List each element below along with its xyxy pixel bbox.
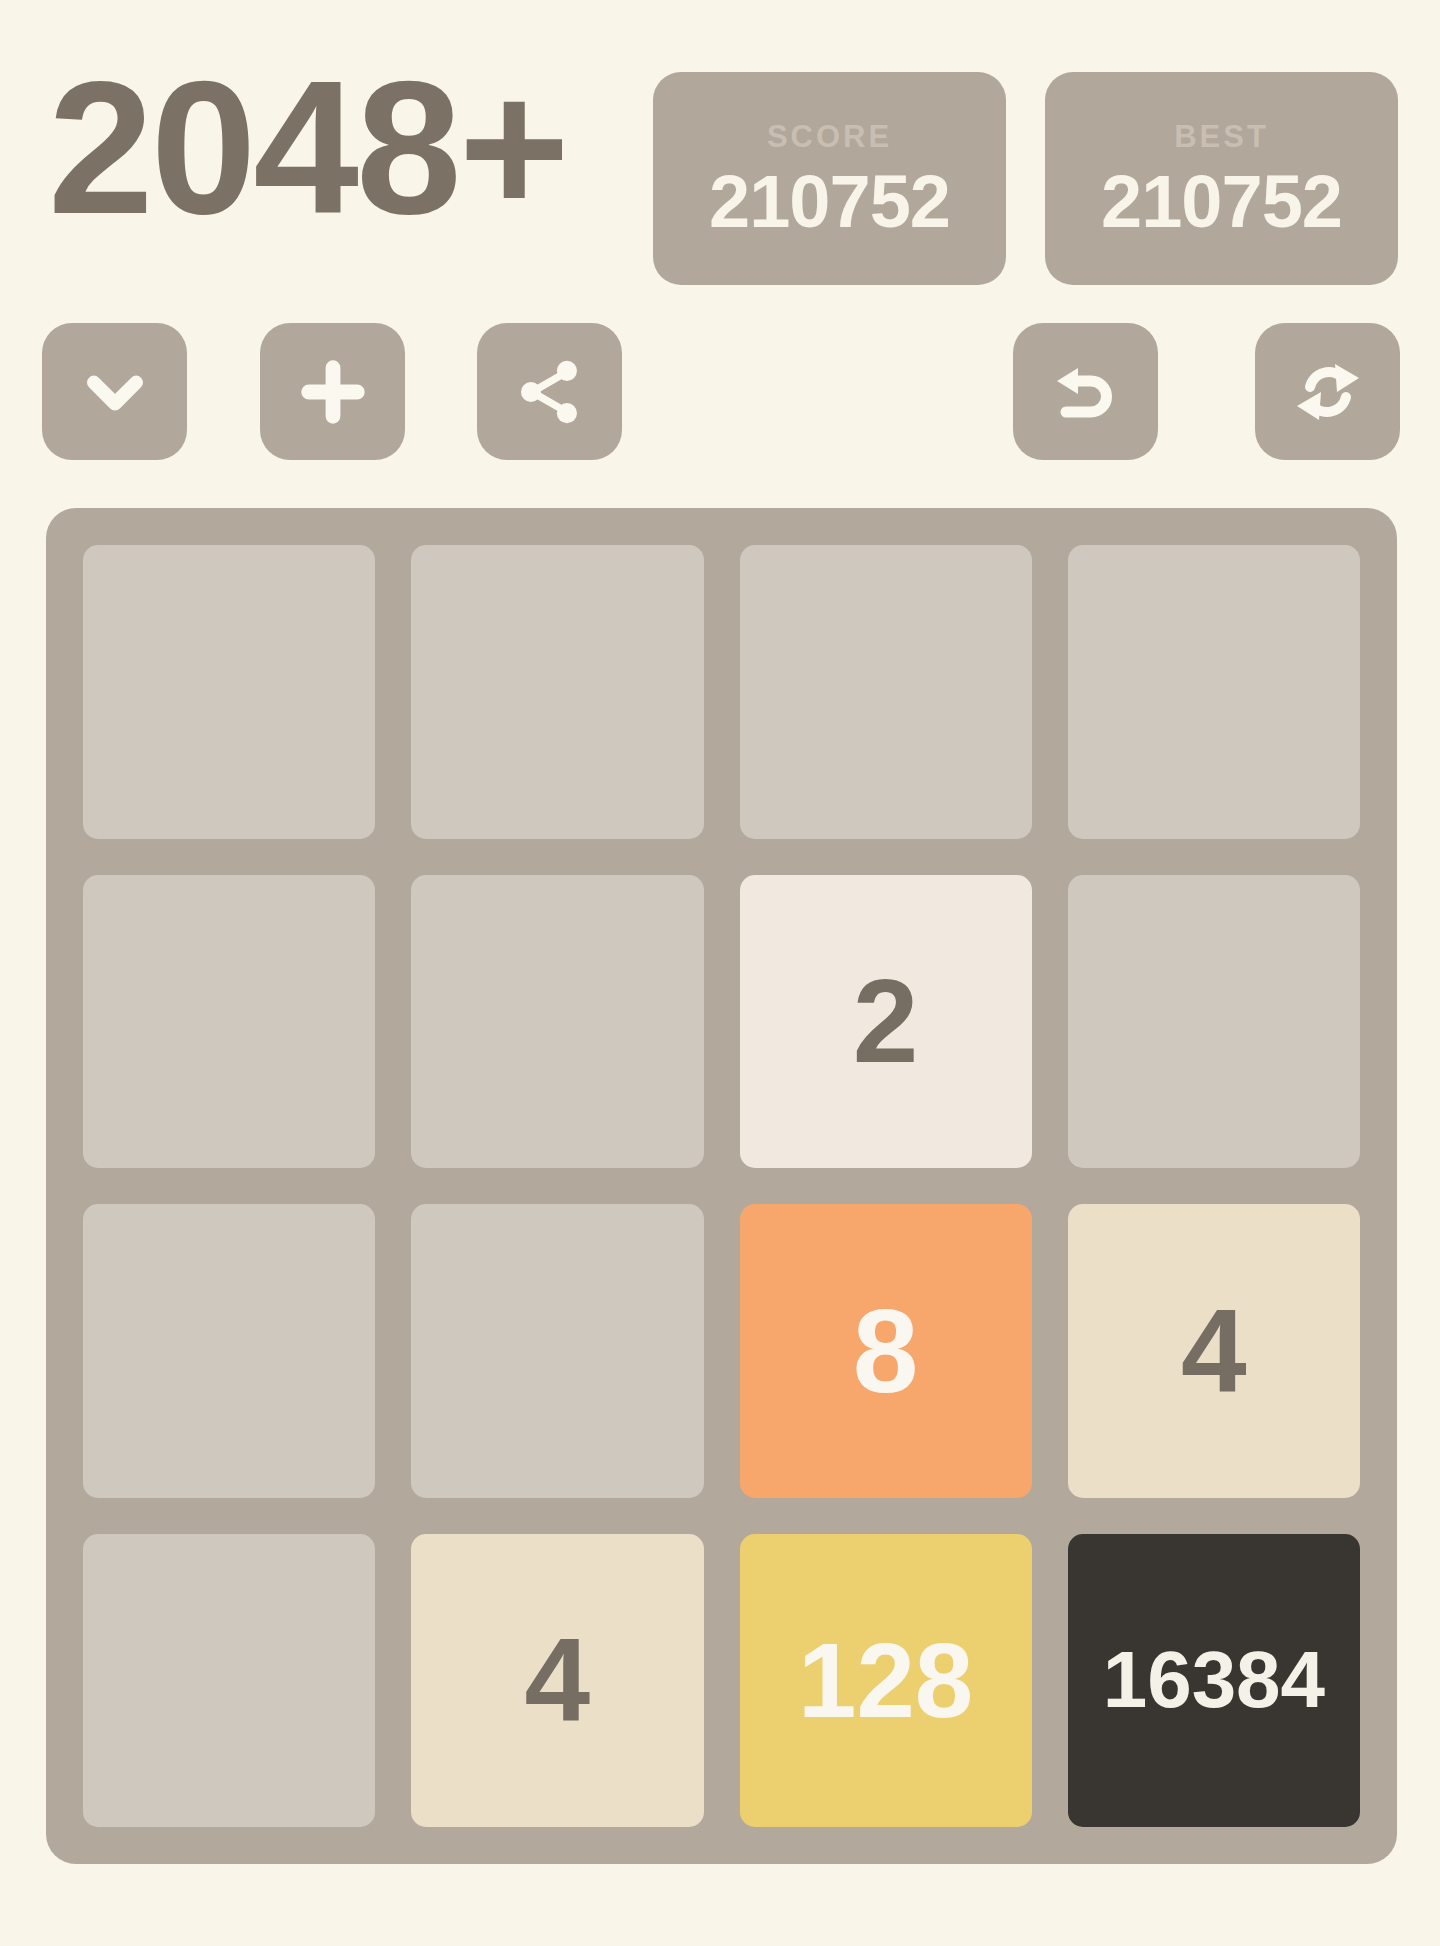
tile-4: 4 [1068,1204,1360,1498]
board-cell-empty [411,1204,703,1498]
board-cell-empty [740,545,1032,839]
game-board[interactable]: 284412816384 [46,508,1397,1864]
tile-16384: 16384 [1068,1534,1360,1828]
score-label: SCORE [767,119,892,155]
board-cell-empty [83,545,375,839]
share-icon [513,355,587,429]
score-value: 210752 [709,165,950,239]
undo-icon [1051,357,1121,427]
best-box: BEST 210752 [1045,72,1398,285]
board-cell-empty [83,1204,375,1498]
board-cell-empty [83,875,375,1169]
tile-2: 2 [740,875,1032,1169]
best-label: BEST [1174,119,1269,155]
board-cell-empty [1068,875,1360,1169]
tile-4: 4 [411,1534,703,1828]
refresh-icon [1293,357,1363,427]
board-cell-empty [411,875,703,1169]
add-button[interactable] [260,323,405,460]
refresh-button[interactable] [1255,323,1400,460]
undo-button[interactable] [1013,323,1158,460]
best-value: 210752 [1101,165,1342,239]
board-cell-empty [411,545,703,839]
tile-8: 8 [740,1204,1032,1498]
score-box: SCORE 210752 [653,72,1006,285]
page-title: 2048+ [48,52,567,242]
board-cell-empty [83,1534,375,1828]
tile-128: 128 [740,1534,1032,1828]
share-button[interactable] [477,323,622,460]
chevron-down-icon [78,355,152,429]
board-cell-empty [1068,545,1360,839]
plus-icon [296,355,370,429]
collapse-button[interactable] [42,323,187,460]
